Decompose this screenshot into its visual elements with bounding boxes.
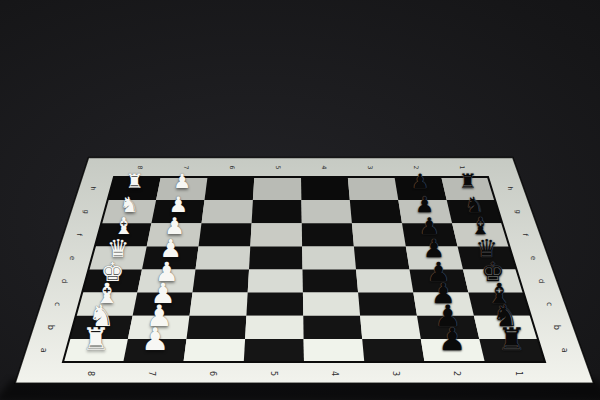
square-c3[interactable]	[358, 293, 417, 316]
square-a5[interactable]	[244, 339, 304, 362]
square-e6[interactable]	[196, 246, 251, 269]
piece-white-pawn-a7[interactable]: ♟	[140, 324, 171, 355]
square-a3[interactable]	[362, 339, 424, 362]
piece-white-pawn-h7[interactable]: ♟	[172, 172, 192, 192]
coord-left-b: b	[46, 325, 55, 330]
piece-black-knight-g1[interactable]: ♞	[463, 194, 484, 215]
square-h5[interactable]	[253, 177, 302, 200]
piece-black-pawn-g2[interactable]: ♟	[414, 194, 435, 215]
coord-left-e: e	[68, 256, 77, 261]
piece-white-pawn-g7[interactable]: ♟	[168, 194, 189, 215]
square-c5[interactable]	[246, 293, 303, 316]
coord-bottom-1: 1	[514, 371, 523, 376]
square-e5[interactable]	[249, 246, 303, 269]
square-c6[interactable]	[190, 293, 248, 316]
coord-bottom-6: 6	[208, 371, 217, 376]
coord-top-8: 8	[137, 165, 144, 169]
coord-bottom-3: 3	[391, 371, 400, 376]
coord-left-c: c	[53, 302, 62, 306]
coord-left-a: a	[39, 348, 49, 353]
square-g5[interactable]	[252, 200, 302, 223]
coord-left-h: h	[89, 187, 97, 191]
square-e4[interactable]	[302, 246, 356, 269]
square-d6[interactable]	[193, 270, 250, 293]
square-h3[interactable]	[348, 177, 399, 200]
square-a4[interactable]	[304, 339, 365, 362]
square-b3[interactable]	[360, 316, 421, 339]
coord-bottom-4: 4	[330, 371, 339, 376]
coord-top-7: 7	[183, 165, 190, 169]
square-c4[interactable]	[303, 293, 360, 316]
piece-white-rook-h8[interactable]: ♜	[125, 172, 145, 192]
coord-right-g: g	[514, 210, 522, 214]
coord-top-4: 4	[321, 165, 328, 169]
square-e3[interactable]	[354, 246, 410, 269]
piece-black-pawn-a2[interactable]: ♟	[437, 324, 468, 355]
square-d3[interactable]	[356, 270, 413, 293]
square-f4[interactable]	[302, 223, 354, 246]
coord-left-g: g	[82, 210, 90, 214]
coord-right-d: d	[537, 279, 546, 284]
square-f3[interactable]	[352, 223, 406, 246]
piece-black-pawn-h2[interactable]: ♟	[410, 172, 430, 192]
square-b5[interactable]	[245, 316, 304, 339]
coord-bottom-5: 5	[269, 371, 278, 376]
coord-bottom-7: 7	[147, 371, 156, 376]
coord-left-d: d	[60, 279, 69, 284]
piece-white-rook-a8[interactable]: ♜	[80, 324, 111, 355]
square-g6[interactable]	[202, 200, 253, 223]
coord-right-c: c	[545, 302, 554, 306]
square-h4[interactable]	[301, 177, 350, 200]
square-a6[interactable]	[184, 339, 246, 362]
square-b4[interactable]	[303, 316, 362, 339]
coord-top-1: 1	[459, 165, 466, 169]
coord-top-3: 3	[367, 165, 374, 169]
square-f5[interactable]	[250, 223, 302, 246]
coord-right-b: b	[552, 325, 561, 330]
piece-white-knight-g8[interactable]: ♞	[118, 194, 139, 215]
scene-background: 8877665544332211hhggffeeddccbbaa ♜♟♟♜♞♟♟…	[0, 0, 600, 400]
coord-top-2: 2	[413, 165, 420, 169]
square-h6[interactable]	[205, 177, 255, 200]
coord-right-e: e	[529, 256, 538, 261]
square-d4[interactable]	[303, 270, 359, 293]
square-f6[interactable]	[199, 223, 252, 246]
piece-black-rook-h1[interactable]: ♜	[458, 172, 478, 192]
coord-top-6: 6	[229, 165, 236, 169]
coord-right-h: h	[506, 187, 514, 191]
coord-bottom-2: 2	[452, 371, 461, 376]
coord-top-5: 5	[275, 165, 282, 169]
coord-bottom-8: 8	[86, 371, 95, 376]
square-d5[interactable]	[248, 270, 303, 293]
coord-right-a: a	[560, 348, 570, 353]
piece-black-rook-a1[interactable]: ♜	[496, 324, 527, 355]
square-g3[interactable]	[350, 200, 402, 223]
square-g4[interactable]	[301, 200, 352, 223]
square-b6[interactable]	[187, 316, 247, 339]
